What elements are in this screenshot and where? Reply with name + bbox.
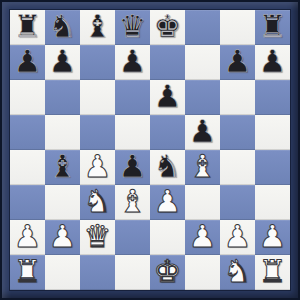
square-d4[interactable]: ♟ [115,150,150,185]
white-rook-piece: ♜ [259,254,287,289]
square-b1[interactable] [45,255,80,290]
square-b4[interactable]: ♝ [45,150,80,185]
black-pawn-piece: ♟ [14,44,42,79]
square-c8[interactable]: ♝ [80,10,115,45]
black-knight-piece: ♞ [154,149,182,184]
black-pawn-piece: ♟ [259,44,287,79]
black-pawn-piece: ♟ [189,114,217,149]
square-c1[interactable] [80,255,115,290]
square-f2[interactable]: ♟ [185,220,220,255]
white-pawn-piece: ♟ [259,219,287,254]
square-a4[interactable] [10,150,45,185]
square-d5[interactable] [115,115,150,150]
white-pawn-piece: ♟ [224,219,252,254]
black-rook-piece: ♜ [14,9,42,44]
white-pawn-piece: ♟ [84,149,112,184]
white-knight-piece: ♞ [84,184,112,219]
square-a8[interactable]: ♜ [10,10,45,45]
square-a3[interactable] [10,185,45,220]
square-g3[interactable] [220,185,255,220]
square-d8[interactable]: ♛ [115,10,150,45]
square-f8[interactable] [185,10,220,45]
white-pawn-piece: ♟ [154,184,182,219]
square-d1[interactable] [115,255,150,290]
white-pawn-piece: ♟ [14,219,42,254]
black-bishop-piece: ♝ [84,9,112,44]
square-b7[interactable]: ♟ [45,45,80,80]
square-h7[interactable]: ♟ [255,45,290,80]
square-e5[interactable] [150,115,185,150]
square-c2[interactable]: ♛ [80,220,115,255]
square-d6[interactable] [115,80,150,115]
square-a7[interactable]: ♟ [10,45,45,80]
square-h2[interactable]: ♟ [255,220,290,255]
square-f6[interactable] [185,80,220,115]
square-c4[interactable]: ♟ [80,150,115,185]
square-h1[interactable]: ♜ [255,255,290,290]
black-bishop-piece: ♝ [49,149,77,184]
square-c3[interactable]: ♞ [80,185,115,220]
white-king-piece: ♚ [154,254,182,289]
square-g7[interactable]: ♟ [220,45,255,80]
square-e1[interactable]: ♚ [150,255,185,290]
square-b2[interactable]: ♟ [45,220,80,255]
square-e3[interactable]: ♟ [150,185,185,220]
square-d7[interactable]: ♟ [115,45,150,80]
square-f5[interactable]: ♟ [185,115,220,150]
square-e6[interactable]: ♟ [150,80,185,115]
square-h6[interactable] [255,80,290,115]
square-b8[interactable]: ♞ [45,10,80,45]
square-a1[interactable]: ♜ [10,255,45,290]
square-a5[interactable] [10,115,45,150]
square-h5[interactable] [255,115,290,150]
square-e4[interactable]: ♞ [150,150,185,185]
square-f3[interactable] [185,185,220,220]
black-knight-piece: ♞ [49,9,77,44]
square-g5[interactable] [220,115,255,150]
black-queen-piece: ♛ [119,9,147,44]
square-g8[interactable] [220,10,255,45]
black-rook-piece: ♜ [259,9,287,44]
square-b6[interactable] [45,80,80,115]
square-c7[interactable] [80,45,115,80]
chessboard-frame: ♜♞♝♛♚♜♟♟♟♟♟♟♟♝♟♟♞♝♞♝♟♟♟♛♟♟♟♜♚♞♜ [0,0,300,300]
square-c5[interactable] [80,115,115,150]
square-d2[interactable] [115,220,150,255]
square-e8[interactable]: ♚ [150,10,185,45]
white-bishop-piece: ♝ [189,149,217,184]
square-e2[interactable] [150,220,185,255]
square-g2[interactable]: ♟ [220,220,255,255]
square-h4[interactable] [255,150,290,185]
square-h8[interactable]: ♜ [255,10,290,45]
black-pawn-piece: ♟ [49,44,77,79]
black-pawn-piece: ♟ [119,44,147,79]
square-a2[interactable]: ♟ [10,220,45,255]
white-rook-piece: ♜ [14,254,42,289]
square-g1[interactable]: ♞ [220,255,255,290]
white-queen-piece: ♛ [84,219,112,254]
square-b3[interactable] [45,185,80,220]
square-b5[interactable] [45,115,80,150]
square-h3[interactable] [255,185,290,220]
white-pawn-piece: ♟ [49,219,77,254]
black-pawn-piece: ♟ [119,149,147,184]
chessboard: ♜♞♝♛♚♜♟♟♟♟♟♟♟♝♟♟♞♝♞♝♟♟♟♛♟♟♟♜♚♞♜ [10,10,290,290]
white-knight-piece: ♞ [224,254,252,289]
square-d3[interactable]: ♝ [115,185,150,220]
white-bishop-piece: ♝ [119,184,147,219]
square-f7[interactable] [185,45,220,80]
square-f1[interactable] [185,255,220,290]
square-a6[interactable] [10,80,45,115]
square-g6[interactable] [220,80,255,115]
white-pawn-piece: ♟ [189,219,217,254]
black-pawn-piece: ♟ [224,44,252,79]
square-c6[interactable] [80,80,115,115]
square-g4[interactable] [220,150,255,185]
black-pawn-piece: ♟ [154,79,182,114]
square-f4[interactable]: ♝ [185,150,220,185]
square-e7[interactable] [150,45,185,80]
black-king-piece: ♚ [154,9,182,44]
